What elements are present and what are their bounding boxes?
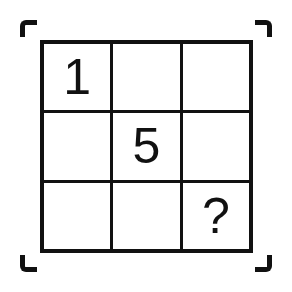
puzzle-canvas: 1 5 ? [0,0,292,292]
cell-r2c1 [44,113,110,179]
cell-r3c1 [44,183,110,249]
crop-mark-top-left-icon [20,20,37,37]
cell-r1c1: 1 [44,44,110,110]
cell-r2c3 [183,113,249,179]
cell-r1c2 [113,44,179,110]
cell-r3c2 [113,183,179,249]
puzzle-grid: 1 5 ? [40,40,253,253]
cell-r2c2: 5 [113,113,179,179]
cell-r3c3: ? [183,183,249,249]
crop-mark-top-right-icon [255,20,272,37]
crop-mark-bottom-right-icon [255,255,272,272]
crop-mark-bottom-left-icon [20,255,37,272]
cell-r1c3 [183,44,249,110]
